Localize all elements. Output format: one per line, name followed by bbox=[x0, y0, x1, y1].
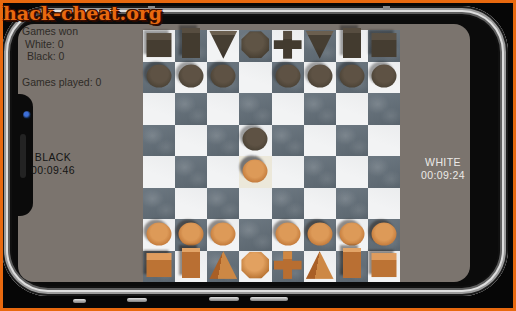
white-pawn[interactable] bbox=[147, 222, 172, 245]
white-clock-time: 00:09:24 bbox=[403, 169, 483, 182]
white-wins-row: White: 0 bbox=[22, 38, 101, 51]
power-button bbox=[250, 297, 288, 301]
games-played-value: 0 bbox=[96, 76, 102, 88]
square-f1[interactable] bbox=[304, 251, 336, 283]
square-h3[interactable] bbox=[368, 188, 400, 220]
square-b7[interactable] bbox=[175, 62, 207, 94]
stats-panel: Games won White: 0 Black: 0 Games played… bbox=[22, 25, 101, 88]
white-rook[interactable] bbox=[147, 253, 172, 277]
black-bishop[interactable] bbox=[209, 31, 237, 59]
square-a3[interactable] bbox=[143, 188, 175, 220]
square-g2[interactable] bbox=[336, 219, 368, 251]
square-h8[interactable] bbox=[368, 30, 400, 62]
square-h2[interactable] bbox=[368, 219, 400, 251]
black-wins-row: Black: 0 bbox=[22, 50, 101, 63]
black-clock: BLACK 00:09:46 bbox=[13, 151, 93, 177]
games-played-row: Games played: 0 bbox=[22, 76, 101, 89]
white-rook[interactable] bbox=[371, 253, 396, 277]
square-g6[interactable] bbox=[336, 93, 368, 125]
white-bishop[interactable] bbox=[209, 251, 237, 279]
black-pawn[interactable] bbox=[339, 65, 364, 88]
square-c6[interactable] bbox=[207, 93, 239, 125]
square-e4[interactable] bbox=[272, 156, 304, 188]
square-d8[interactable] bbox=[239, 30, 271, 62]
square-h1[interactable] bbox=[368, 251, 400, 283]
square-c8[interactable] bbox=[207, 30, 239, 62]
square-d6[interactable] bbox=[239, 93, 271, 125]
square-a8[interactable] bbox=[143, 30, 175, 62]
square-f4[interactable] bbox=[304, 156, 336, 188]
square-b3[interactable] bbox=[175, 188, 207, 220]
black-pawn[interactable] bbox=[307, 65, 332, 88]
square-c1[interactable] bbox=[207, 251, 239, 283]
white-pawn[interactable] bbox=[179, 222, 204, 245]
mute-switch bbox=[73, 299, 86, 303]
square-e3[interactable] bbox=[272, 188, 304, 220]
square-a1[interactable] bbox=[143, 251, 175, 283]
screenshot-root: Games won White: 0 Black: 0 Games played… bbox=[0, 0, 516, 311]
square-h7[interactable] bbox=[368, 62, 400, 94]
square-c7[interactable] bbox=[207, 62, 239, 94]
square-a7[interactable] bbox=[143, 62, 175, 94]
square-a4[interactable] bbox=[143, 156, 175, 188]
square-h4[interactable] bbox=[368, 156, 400, 188]
black-pawn[interactable] bbox=[147, 65, 172, 88]
white-knight[interactable] bbox=[182, 248, 200, 278]
square-g4[interactable] bbox=[336, 156, 368, 188]
square-h6[interactable] bbox=[368, 93, 400, 125]
square-a6[interactable] bbox=[143, 93, 175, 125]
white-wins-value: 0 bbox=[58, 38, 64, 50]
square-d7[interactable] bbox=[239, 62, 271, 94]
black-bishop[interactable] bbox=[306, 31, 334, 59]
square-a2[interactable] bbox=[143, 219, 175, 251]
square-a5[interactable] bbox=[143, 125, 175, 157]
square-d5[interactable] bbox=[239, 125, 271, 157]
white-wins-label: White: bbox=[25, 38, 55, 50]
black-clock-time: 00:09:46 bbox=[13, 164, 93, 177]
antenna-line bbox=[383, 6, 390, 10]
white-pawn[interactable] bbox=[275, 222, 300, 245]
square-e2[interactable] bbox=[272, 219, 304, 251]
black-knight[interactable] bbox=[182, 28, 200, 58]
games-won-title: Games won bbox=[22, 25, 101, 38]
games-played-label: Games played: bbox=[22, 76, 93, 88]
black-rook[interactable] bbox=[371, 33, 396, 57]
square-c5[interactable] bbox=[207, 125, 239, 157]
black-rook[interactable] bbox=[147, 33, 172, 57]
square-h5[interactable] bbox=[368, 125, 400, 157]
square-f2[interactable] bbox=[304, 219, 336, 251]
square-b6[interactable] bbox=[175, 93, 207, 125]
square-e8[interactable] bbox=[272, 30, 304, 62]
square-b4[interactable] bbox=[175, 156, 207, 188]
square-d3[interactable] bbox=[239, 188, 271, 220]
black-king[interactable] bbox=[274, 31, 302, 59]
chess-board[interactable] bbox=[143, 30, 400, 282]
square-g5[interactable] bbox=[336, 125, 368, 157]
square-c3[interactable] bbox=[207, 188, 239, 220]
white-pawn[interactable] bbox=[211, 222, 236, 245]
square-f3[interactable] bbox=[304, 188, 336, 220]
white-clock-label: WHITE bbox=[403, 156, 483, 169]
black-pawn[interactable] bbox=[371, 65, 396, 88]
square-d1[interactable] bbox=[239, 251, 271, 283]
volume-down-button bbox=[209, 297, 239, 301]
white-king[interactable] bbox=[274, 251, 302, 279]
square-b5[interactable] bbox=[175, 125, 207, 157]
black-queen[interactable] bbox=[241, 31, 269, 58]
white-pawn[interactable] bbox=[339, 222, 364, 245]
front-camera bbox=[23, 111, 31, 119]
black-knight[interactable] bbox=[343, 28, 361, 58]
black-wins-value: 0 bbox=[59, 50, 65, 62]
square-d4[interactable] bbox=[239, 156, 271, 188]
square-f8[interactable] bbox=[304, 30, 336, 62]
black-clock-label: BLACK bbox=[13, 151, 93, 164]
square-e7[interactable] bbox=[272, 62, 304, 94]
square-b8[interactable] bbox=[175, 30, 207, 62]
watermark-text: hack-cheat.org bbox=[3, 2, 162, 24]
white-queen[interactable] bbox=[241, 252, 269, 279]
square-e1[interactable] bbox=[272, 251, 304, 283]
square-c2[interactable] bbox=[207, 219, 239, 251]
square-e5[interactable] bbox=[272, 125, 304, 157]
black-wins-label: Black: bbox=[27, 50, 56, 62]
square-f5[interactable] bbox=[304, 125, 336, 157]
white-clock: WHITE 00:09:24 bbox=[403, 156, 483, 182]
volume-up-button bbox=[127, 298, 147, 302]
white-pawn[interactable] bbox=[243, 159, 268, 182]
white-knight[interactable] bbox=[343, 248, 361, 278]
square-g8[interactable] bbox=[336, 30, 368, 62]
square-g3[interactable] bbox=[336, 188, 368, 220]
white-bishop[interactable] bbox=[306, 251, 334, 279]
square-f7[interactable] bbox=[304, 62, 336, 94]
black-pawn[interactable] bbox=[243, 128, 268, 151]
black-pawn[interactable] bbox=[275, 65, 300, 88]
square-g1[interactable] bbox=[336, 251, 368, 283]
square-b2[interactable] bbox=[175, 219, 207, 251]
black-pawn[interactable] bbox=[179, 65, 204, 88]
white-pawn[interactable] bbox=[371, 222, 396, 245]
square-f6[interactable] bbox=[304, 93, 336, 125]
square-g7[interactable] bbox=[336, 62, 368, 94]
square-c4[interactable] bbox=[207, 156, 239, 188]
square-d2[interactable] bbox=[239, 219, 271, 251]
square-e6[interactable] bbox=[272, 93, 304, 125]
white-pawn[interactable] bbox=[307, 222, 332, 245]
square-b1[interactable] bbox=[175, 251, 207, 283]
black-pawn[interactable] bbox=[211, 65, 236, 88]
